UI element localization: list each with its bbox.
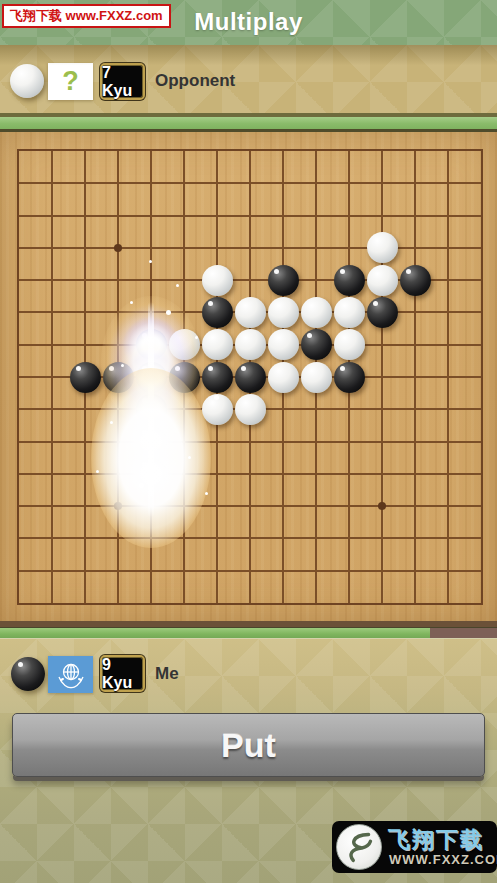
watermark-logo-icon <box>336 824 382 870</box>
opponent-name: Opponent <box>155 72 235 90</box>
opponent-flag-placeholder: ? <box>48 63 93 100</box>
my-timer-bar <box>0 627 497 638</box>
stone-black <box>70 362 101 393</box>
grid-line <box>19 505 481 507</box>
stone-white <box>268 297 299 328</box>
stone-black <box>301 329 332 360</box>
stone-white <box>367 265 398 296</box>
stone-black <box>400 265 431 296</box>
grid-line <box>447 151 449 603</box>
stone-black <box>136 329 167 360</box>
opponent-white-stone-icon <box>10 64 44 98</box>
opponent-bar: ? 7 Kyu Opponent <box>0 45 497 113</box>
stone-white <box>268 329 299 360</box>
watermark-url: WWW.FXXZ.COM <box>389 852 497 867</box>
stone-white <box>367 232 398 263</box>
opponent-rank-badge: 7 Kyu <box>100 63 145 100</box>
question-mark-icon: ? <box>62 68 79 95</box>
stone-white <box>169 329 200 360</box>
stone-white <box>334 329 365 360</box>
stone-white <box>235 329 266 360</box>
grid-line <box>19 537 481 539</box>
star-point <box>114 244 122 252</box>
un-emblem-icon <box>54 661 88 689</box>
stone-black <box>334 362 365 393</box>
board[interactable] <box>0 132 497 621</box>
opponent-timer-bar <box>0 117 497 129</box>
stone-white <box>235 297 266 328</box>
stone-white <box>202 329 233 360</box>
stone-black <box>202 362 233 393</box>
my-name: Me <box>155 665 179 683</box>
watermark-bottom: 飞翔下载 WWW.FXXZ.COM <box>332 821 497 873</box>
stone-white <box>301 297 332 328</box>
sparkle-dots <box>0 132 3 135</box>
stone-black <box>334 265 365 296</box>
my-rank-badge: 9 Kyu <box>100 655 145 692</box>
stone-black <box>202 297 233 328</box>
put-button[interactable]: Put <box>12 713 485 777</box>
stone-black <box>136 458 167 489</box>
stone-black <box>268 265 299 296</box>
grid-line <box>414 151 416 603</box>
stone-black <box>103 362 134 393</box>
stone-white <box>235 394 266 425</box>
bottom-panel: 9 Kyu Me Put 飞翔下载 WWW.FXXZ.COM <box>0 638 497 883</box>
grid-line <box>19 441 481 443</box>
app-screen: Multiplay 飞翔下载 www.FXXZ.com ? 7 Kyu Oppo… <box>0 0 497 883</box>
stone-white <box>268 362 299 393</box>
stone-white <box>202 265 233 296</box>
stone-black <box>136 426 167 457</box>
grid-line <box>19 570 481 572</box>
grid-line <box>19 473 481 475</box>
my-black-stone-icon <box>11 657 45 691</box>
my-timer-fill <box>0 628 430 638</box>
un-flag-icon <box>48 656 93 693</box>
watermark-title: 飞翔下载 <box>388 825 484 855</box>
stone-white <box>334 297 365 328</box>
stone-black <box>235 362 266 393</box>
grid-line <box>381 151 383 603</box>
stone-black <box>367 297 398 328</box>
stone-black <box>136 362 167 393</box>
stone-white <box>301 362 332 393</box>
watermark-top: 飞翔下载 www.FXXZ.com <box>2 4 171 28</box>
stone-black <box>169 362 200 393</box>
stone-white <box>202 394 233 425</box>
stone-black <box>136 394 167 425</box>
